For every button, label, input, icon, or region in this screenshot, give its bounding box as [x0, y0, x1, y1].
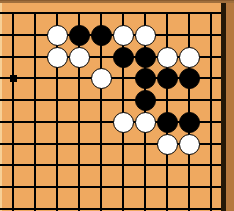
- white-stone[interactable]: [157, 134, 178, 155]
- white-stone[interactable]: [113, 112, 134, 133]
- board-frame-top: [0, 0, 234, 3]
- board-frame-right: [226, 3, 234, 211]
- black-stone[interactable]: [179, 112, 200, 133]
- grid-line-vertical-10: [210, 12, 212, 211]
- white-stone[interactable]: [135, 112, 156, 133]
- black-stone[interactable]: [179, 68, 200, 89]
- black-stone[interactable]: [113, 47, 134, 68]
- black-stone[interactable]: [135, 47, 156, 68]
- black-stone[interactable]: [157, 112, 178, 133]
- go-board[interactable]: [0, 0, 234, 211]
- white-stone[interactable]: [91, 68, 112, 89]
- grid-line-vertical-2: [34, 12, 36, 211]
- grid-line-vertical-1: [12, 12, 14, 211]
- white-stone[interactable]: [135, 25, 156, 46]
- black-stone[interactable]: [135, 68, 156, 89]
- white-stone[interactable]: [113, 25, 134, 46]
- star-point: [10, 75, 17, 82]
- white-stone[interactable]: [47, 25, 68, 46]
- white-stone[interactable]: [47, 47, 68, 68]
- white-stone[interactable]: [179, 134, 200, 155]
- black-stone[interactable]: [91, 25, 112, 46]
- white-stone[interactable]: [179, 47, 200, 68]
- board-edge-right: [221, 3, 226, 211]
- white-stone[interactable]: [157, 47, 178, 68]
- black-stone[interactable]: [157, 68, 178, 89]
- white-stone[interactable]: [69, 47, 90, 68]
- black-stone[interactable]: [135, 90, 156, 111]
- black-stone[interactable]: [69, 25, 90, 46]
